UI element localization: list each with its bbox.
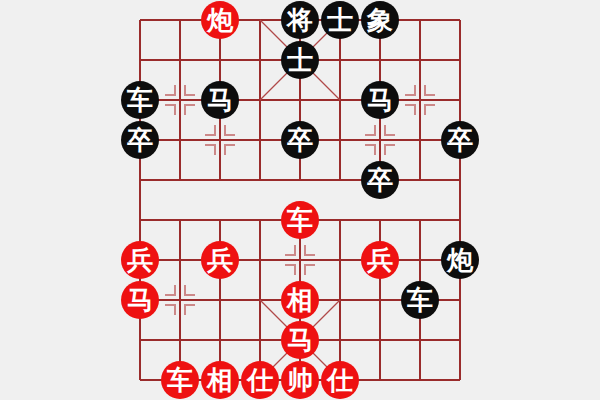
xiangqi-board[interactable]: 炮将士象士车马马卒卒卒卒车兵兵兵炮马相车马车相仕帅仕 — [120, 0, 480, 400]
piece-red-chariot[interactable]: 车 — [281, 201, 319, 239]
piece-black-horse[interactable]: 马 — [201, 81, 239, 119]
piece-red-soldier[interactable]: 兵 — [121, 241, 159, 279]
piece-black-soldier[interactable]: 卒 — [121, 121, 159, 159]
piece-red-horse[interactable]: 马 — [121, 281, 159, 319]
piece-red-soldier[interactable]: 兵 — [361, 241, 399, 279]
piece-red-advisor[interactable]: 仕 — [241, 361, 279, 399]
piece-black-elephant[interactable]: 象 — [361, 1, 399, 39]
piece-red-general[interactable]: 帅 — [281, 361, 319, 399]
piece-red-elephant[interactable]: 相 — [281, 281, 319, 319]
piece-black-advisor[interactable]: 士 — [281, 41, 319, 79]
piece-black-soldier[interactable]: 卒 — [441, 121, 479, 159]
piece-black-cannon[interactable]: 炮 — [441, 241, 479, 279]
piece-black-soldier[interactable]: 卒 — [361, 161, 399, 199]
piece-red-cannon[interactable]: 炮 — [201, 1, 239, 39]
piece-black-general[interactable]: 将 — [281, 1, 319, 39]
piece-red-soldier[interactable]: 兵 — [201, 241, 239, 279]
piece-black-chariot[interactable]: 车 — [401, 281, 439, 319]
piece-black-advisor[interactable]: 士 — [321, 1, 359, 39]
piece-black-horse[interactable]: 马 — [361, 81, 399, 119]
xiangqi-app: 炮将士象士车马马卒卒卒卒车兵兵兵炮马相车马车相仕帅仕 — [0, 0, 600, 400]
piece-red-advisor[interactable]: 仕 — [321, 361, 359, 399]
piece-red-chariot[interactable]: 车 — [161, 361, 199, 399]
piece-black-soldier[interactable]: 卒 — [281, 121, 319, 159]
piece-red-horse[interactable]: 马 — [281, 321, 319, 359]
piece-red-elephant[interactable]: 相 — [201, 361, 239, 399]
piece-black-chariot[interactable]: 车 — [121, 81, 159, 119]
